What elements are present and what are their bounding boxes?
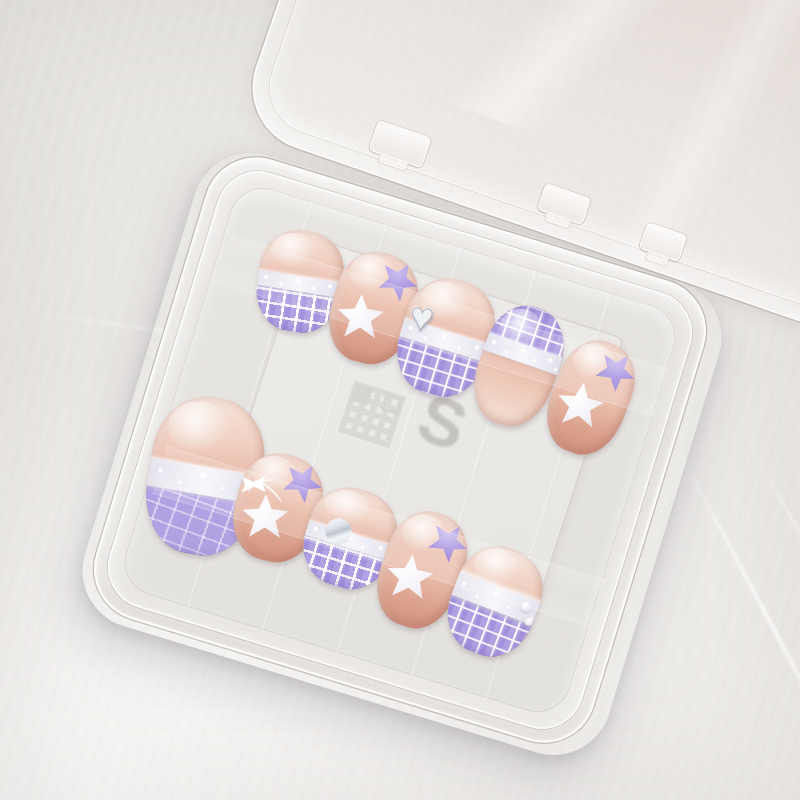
starfish-white-charm (383, 552, 436, 604)
starfish-white-charm (553, 379, 608, 432)
paper-crease (670, 436, 800, 800)
starfish-white-charm (336, 293, 386, 341)
paper-crease (743, 436, 800, 767)
photo-scene: S M= (0, 0, 800, 800)
starfish-lilac-charm (589, 343, 644, 398)
starfish-white-charm (240, 493, 290, 541)
gem-heart-charm (407, 295, 435, 338)
